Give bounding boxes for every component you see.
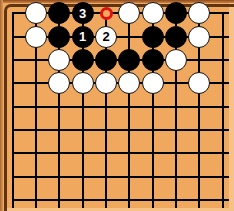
stone-black	[142, 49, 164, 71]
grid-line-h	[12, 199, 229, 201]
red-circle-marker	[100, 7, 113, 20]
stone-black	[165, 26, 187, 48]
stone-white	[142, 2, 164, 24]
stone-black-move-1: 1	[72, 26, 94, 48]
stone-black	[72, 49, 94, 71]
board-cutoff-bottom	[7, 208, 234, 211]
stone-white-move-2: 2	[95, 26, 117, 48]
stone-white	[25, 26, 47, 48]
move-number-label: 1	[79, 30, 86, 43]
grid-line-v	[12, 12, 14, 208]
stone-white	[72, 72, 94, 94]
stone-white	[142, 72, 164, 94]
grid-line-h	[12, 152, 229, 154]
stone-white	[188, 26, 210, 48]
grid-line-h	[12, 129, 229, 131]
grid-line-v	[128, 12, 130, 208]
grid-line-h	[12, 106, 229, 108]
move-number-label: 2	[102, 30, 109, 43]
stone-black	[142, 26, 164, 48]
grid-line-h	[12, 176, 229, 178]
stone-black-move-3: 3	[72, 2, 94, 24]
stone-black	[95, 49, 117, 71]
stone-black	[48, 26, 70, 48]
stone-white	[165, 49, 187, 71]
go-board[interactable]: 312	[0, 0, 234, 211]
board-edge-left	[0, 0, 3, 211]
grid-line-v	[222, 12, 224, 208]
move-number-label: 3	[79, 7, 86, 20]
